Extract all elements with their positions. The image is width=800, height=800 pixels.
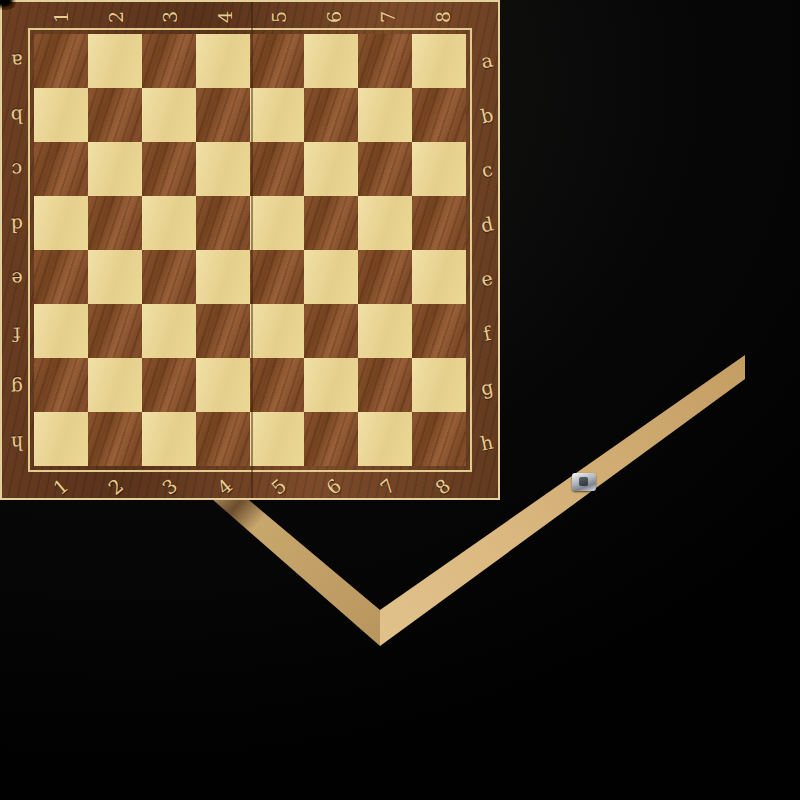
square-d8	[412, 196, 466, 250]
square-a2	[88, 34, 142, 88]
coord-file-c-near: c	[480, 160, 494, 181]
coord-file-g-far: g	[11, 379, 24, 398]
square-h2	[88, 412, 142, 466]
coord-rank-2-far: 2	[106, 11, 125, 23]
square-e8	[412, 250, 466, 304]
square-g4	[196, 358, 250, 412]
square-f5	[250, 304, 304, 358]
coord-file-b-near: b	[479, 105, 495, 126]
product-photo-scene: 1122334455667788aabbccddeeffgghh ♜♞♝♛♚♝♞…	[0, 0, 800, 800]
coord-rank-3-near: 3	[160, 476, 181, 498]
square-c7	[358, 142, 412, 196]
square-h8	[412, 412, 466, 466]
square-h7	[358, 412, 412, 466]
square-c4	[196, 142, 250, 196]
metal-clasp	[572, 473, 596, 491]
board-grid	[34, 34, 466, 466]
square-h3	[142, 412, 196, 466]
coord-file-d-far: d	[11, 215, 24, 234]
square-a7	[358, 34, 412, 88]
square-g7	[358, 358, 412, 412]
coord-file-h-far: h	[11, 433, 24, 452]
coord-rank-8-far: 8	[433, 11, 452, 23]
coord-rank-7-near: 7	[378, 476, 399, 498]
square-d5	[250, 196, 304, 250]
coord-rank-7-far: 7	[379, 11, 398, 23]
square-e5	[250, 250, 304, 304]
coord-rank-3-far: 3	[161, 11, 180, 23]
square-f8	[412, 304, 466, 358]
square-e6	[304, 250, 358, 304]
square-d2	[88, 196, 142, 250]
square-g2	[88, 358, 142, 412]
coord-rank-6-near: 6	[323, 476, 344, 498]
coord-rank-4-far: 4	[215, 11, 234, 23]
square-e3	[142, 250, 196, 304]
square-h5	[250, 412, 304, 466]
square-c1	[34, 142, 88, 196]
chess-board: 1122334455667788aabbccddeeffgghh	[0, 0, 500, 500]
coord-file-b-far: b	[11, 106, 24, 125]
square-e4	[196, 250, 250, 304]
coord-rank-5-near: 5	[269, 476, 290, 498]
coord-rank-5-far: 5	[270, 11, 289, 23]
coord-file-a-near: a	[479, 51, 494, 72]
square-a1	[34, 34, 88, 88]
square-g1	[34, 358, 88, 412]
coord-file-f-far: f	[13, 324, 21, 343]
square-g6	[304, 358, 358, 412]
square-d4	[196, 196, 250, 250]
square-h6	[304, 412, 358, 466]
coord-file-f-near: f	[482, 324, 493, 344]
coord-rank-4-near: 4	[214, 476, 235, 498]
coord-rank-8-near: 8	[432, 476, 453, 498]
square-f6	[304, 304, 358, 358]
coord-rank-2-near: 2	[105, 476, 126, 498]
square-c5	[250, 142, 304, 196]
square-a8	[412, 34, 466, 88]
square-f7	[358, 304, 412, 358]
square-d1	[34, 196, 88, 250]
square-b8	[412, 88, 466, 142]
square-g5	[250, 358, 304, 412]
coord-file-e-near: e	[480, 269, 495, 290]
square-b1	[34, 88, 88, 142]
square-a6	[304, 34, 358, 88]
square-g3	[142, 358, 196, 412]
square-f4	[196, 304, 250, 358]
square-c2	[88, 142, 142, 196]
square-c8	[412, 142, 466, 196]
square-e1	[34, 250, 88, 304]
square-h1	[34, 412, 88, 466]
square-d6	[304, 196, 358, 250]
square-f1	[34, 304, 88, 358]
square-a5	[250, 34, 304, 88]
square-e7	[358, 250, 412, 304]
square-b4	[196, 88, 250, 142]
square-b3	[142, 88, 196, 142]
square-b6	[304, 88, 358, 142]
square-d3	[142, 196, 196, 250]
coord-file-d-near: d	[479, 214, 495, 235]
coord-file-e-far: e	[11, 270, 23, 289]
square-c6	[304, 142, 358, 196]
square-a4	[196, 34, 250, 88]
coord-file-h-near: h	[479, 432, 495, 453]
square-f2	[88, 304, 142, 358]
coord-rank-1-near: 1	[51, 476, 72, 498]
square-e2	[88, 250, 142, 304]
coord-file-a-far: a	[11, 52, 23, 71]
square-b7	[358, 88, 412, 142]
square-c3	[142, 142, 196, 196]
square-b2	[88, 88, 142, 142]
coord-file-g-near: g	[479, 378, 495, 399]
coord-rank-6-far: 6	[324, 11, 343, 23]
coord-file-c-far: c	[11, 161, 22, 180]
square-b5	[250, 88, 304, 142]
square-a3	[142, 34, 196, 88]
coord-rank-1-far: 1	[52, 11, 71, 23]
square-f3	[142, 304, 196, 358]
square-d7	[358, 196, 412, 250]
square-g8	[412, 358, 466, 412]
square-h4	[196, 412, 250, 466]
